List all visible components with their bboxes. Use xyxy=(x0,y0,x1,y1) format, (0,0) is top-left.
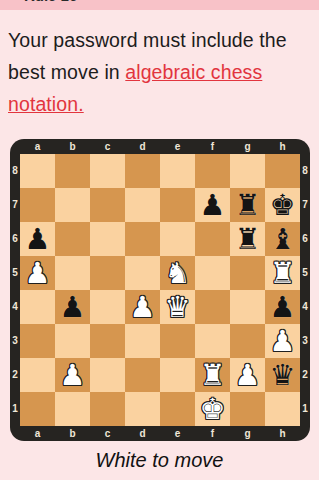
square-a3 xyxy=(20,324,55,358)
file-label-d: d xyxy=(125,426,160,441)
board-grid: ♟♜♚♟♜♝♟♞♜♟♟♛♟♟♟♜♟♛♚ xyxy=(20,154,300,426)
rank-label-5: 5 xyxy=(300,256,310,290)
square-b1 xyxy=(55,392,90,426)
square-e8 xyxy=(160,154,195,188)
rank-label-7: 7 xyxy=(300,188,310,222)
square-g2: ♟ xyxy=(230,358,265,392)
square-g5 xyxy=(230,256,265,290)
square-e4: ♛ xyxy=(160,290,195,324)
file-label-e: e xyxy=(160,139,195,154)
square-d1 xyxy=(125,392,160,426)
rank-label-6: 6 xyxy=(300,222,310,256)
square-a5: ♟ xyxy=(20,256,55,290)
black-pawn: ♟ xyxy=(25,222,51,256)
square-h5: ♜ xyxy=(265,256,300,290)
file-label-h: h xyxy=(265,139,300,154)
rank-label-5: 5 xyxy=(10,256,20,290)
file-labels-bottom: abcdefgh xyxy=(20,426,300,441)
rank-label-1: 1 xyxy=(10,392,20,426)
square-c1 xyxy=(90,392,125,426)
square-e3 xyxy=(160,324,195,358)
square-g8 xyxy=(230,154,265,188)
square-c8 xyxy=(90,154,125,188)
square-h8 xyxy=(265,154,300,188)
square-a2 xyxy=(20,358,55,392)
rank-labels-left: 87654321 xyxy=(10,154,20,426)
square-g6: ♜ xyxy=(230,222,265,256)
file-label-f: f xyxy=(195,139,230,154)
square-g4 xyxy=(230,290,265,324)
rank-label-3: 3 xyxy=(10,324,20,358)
rank-label-4: 4 xyxy=(10,290,20,324)
square-b5 xyxy=(55,256,90,290)
square-e6 xyxy=(160,222,195,256)
rank-label-8: 8 xyxy=(10,154,20,188)
square-e5: ♞ xyxy=(160,256,195,290)
black-queen: ♛ xyxy=(270,358,296,392)
square-a6: ♟ xyxy=(20,222,55,256)
square-a1 xyxy=(20,392,55,426)
square-d8 xyxy=(125,154,160,188)
file-label-c: c xyxy=(90,139,125,154)
rule-text: Your password must include the best move… xyxy=(8,24,300,120)
file-label-a: a xyxy=(20,139,55,154)
square-c5 xyxy=(90,256,125,290)
black-rook: ♜ xyxy=(235,188,261,222)
square-a7 xyxy=(20,188,55,222)
black-king: ♚ xyxy=(270,188,296,222)
square-h7: ♚ xyxy=(265,188,300,222)
chess-board: abcdefgh 87654321 ♟♜♚♟♜♝♟♞♜♟♟♛♟♟♟♜♟♛♚ 87… xyxy=(10,139,310,441)
rank-label-8: 8 xyxy=(300,154,310,188)
white-pawn: ♟ xyxy=(270,324,296,358)
square-b8 xyxy=(55,154,90,188)
square-f6 xyxy=(195,222,230,256)
square-c7 xyxy=(90,188,125,222)
square-a8 xyxy=(20,154,55,188)
square-f1: ♚ xyxy=(195,392,230,426)
file-label-d: d xyxy=(125,139,160,154)
file-label-b: b xyxy=(55,426,90,441)
white-pawn: ♟ xyxy=(60,358,86,392)
black-pawn: ♟ xyxy=(200,188,226,222)
square-d7 xyxy=(125,188,160,222)
square-d3 xyxy=(125,324,160,358)
square-f2: ♜ xyxy=(195,358,230,392)
square-h6: ♝ xyxy=(265,222,300,256)
square-c6 xyxy=(90,222,125,256)
file-label-f: f xyxy=(195,426,230,441)
square-c3 xyxy=(90,324,125,358)
file-label-c: c xyxy=(90,426,125,441)
black-pawn: ♟ xyxy=(270,290,296,324)
file-label-g: g xyxy=(230,426,265,441)
square-d6 xyxy=(125,222,160,256)
square-f8 xyxy=(195,154,230,188)
rank-label-2: 2 xyxy=(10,358,20,392)
square-c4 xyxy=(90,290,125,324)
square-e7 xyxy=(160,188,195,222)
square-d5 xyxy=(125,256,160,290)
square-f3 xyxy=(195,324,230,358)
rule-header: ✕ Rule 16 xyxy=(0,0,319,10)
square-b7 xyxy=(55,188,90,222)
rank-label-4: 4 xyxy=(300,290,310,324)
black-bishop: ♝ xyxy=(270,222,296,256)
square-b6 xyxy=(55,222,90,256)
square-g7: ♜ xyxy=(230,188,265,222)
square-e1 xyxy=(160,392,195,426)
white-king: ♚ xyxy=(200,392,226,426)
square-g3 xyxy=(230,324,265,358)
file-labels-top: abcdefgh xyxy=(20,139,300,154)
square-h2: ♛ xyxy=(265,358,300,392)
square-h1 xyxy=(265,392,300,426)
square-h4: ♟ xyxy=(265,290,300,324)
square-f4 xyxy=(195,290,230,324)
black-pawn: ♟ xyxy=(60,290,86,324)
square-b4: ♟ xyxy=(55,290,90,324)
file-label-g: g xyxy=(230,139,265,154)
rank-label-6: 6 xyxy=(10,222,20,256)
white-knight: ♞ xyxy=(165,256,191,290)
square-c2 xyxy=(90,358,125,392)
square-b3 xyxy=(55,324,90,358)
square-d2 xyxy=(125,358,160,392)
black-rook: ♜ xyxy=(235,222,261,256)
square-a4 xyxy=(20,290,55,324)
square-f7: ♟ xyxy=(195,188,230,222)
file-label-e: e xyxy=(160,426,195,441)
square-b2: ♟ xyxy=(55,358,90,392)
turn-indicator: White to move xyxy=(0,449,319,472)
square-e2 xyxy=(160,358,195,392)
rule-status-icon: ✕ xyxy=(6,0,17,3)
rule-number-label: Rule 16 xyxy=(24,0,77,4)
file-label-b: b xyxy=(55,139,90,154)
white-pawn: ♟ xyxy=(235,358,261,392)
white-rook: ♜ xyxy=(200,358,226,392)
white-pawn: ♟ xyxy=(25,256,51,290)
rank-label-1: 1 xyxy=(300,392,310,426)
rank-labels-right: 87654321 xyxy=(300,154,310,426)
white-pawn: ♟ xyxy=(130,290,156,324)
square-g1 xyxy=(230,392,265,426)
square-h3: ♟ xyxy=(265,324,300,358)
rank-label-3: 3 xyxy=(300,324,310,358)
white-queen: ♛ xyxy=(165,290,191,324)
square-f5 xyxy=(195,256,230,290)
square-d4: ♟ xyxy=(125,290,160,324)
rank-label-2: 2 xyxy=(300,358,310,392)
white-rook: ♜ xyxy=(270,256,296,290)
file-label-a: a xyxy=(20,426,55,441)
rank-label-7: 7 xyxy=(10,188,20,222)
file-label-h: h xyxy=(265,426,300,441)
